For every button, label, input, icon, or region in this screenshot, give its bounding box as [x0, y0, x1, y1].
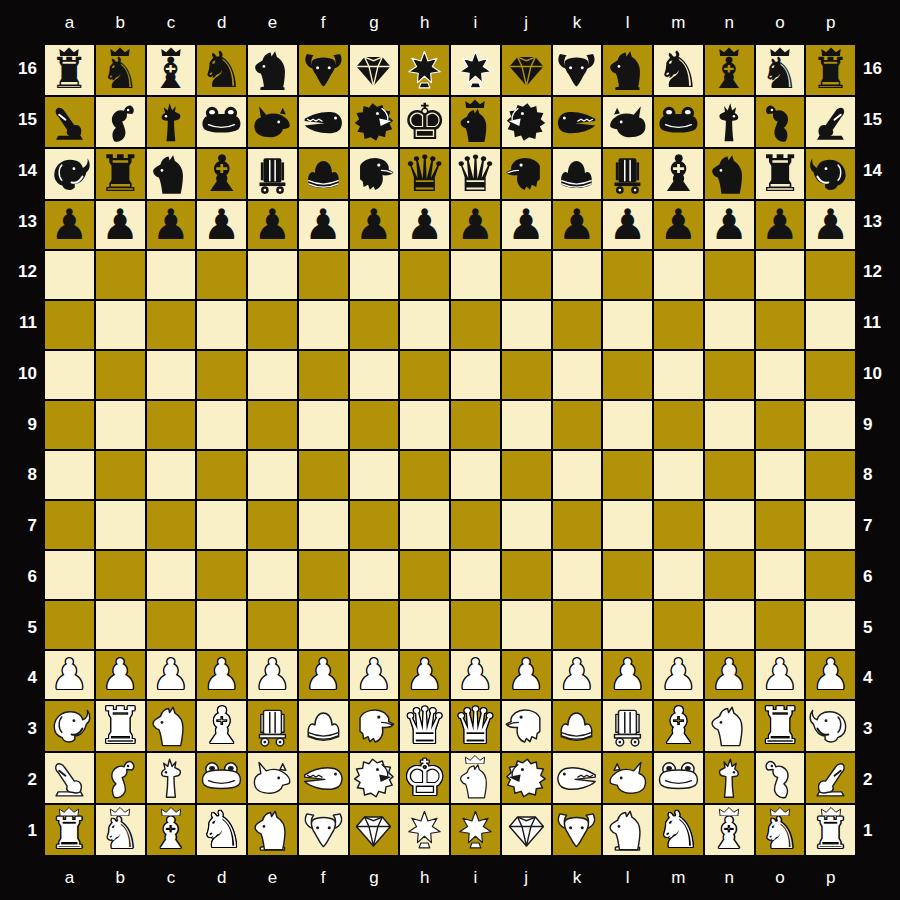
square-j10[interactable] — [502, 351, 551, 399]
square-f16[interactable] — [299, 45, 348, 95]
square-k9[interactable] — [553, 401, 602, 449]
piece-white-bishop: ♝ — [197, 701, 246, 751]
square-k14[interactable] — [553, 149, 602, 199]
square-j16[interactable] — [502, 45, 551, 95]
square-i7[interactable] — [451, 501, 500, 549]
rank-label-4: 4 — [0, 654, 45, 703]
square-e1[interactable] — [248, 805, 297, 855]
square-p7[interactable] — [806, 501, 855, 549]
square-f5[interactable] — [299, 601, 348, 649]
square-c7[interactable] — [147, 501, 196, 549]
rank-label-3: 3 — [0, 705, 45, 754]
square-g11[interactable] — [350, 301, 399, 349]
square-e5[interactable] — [248, 601, 297, 649]
square-n2[interactable] — [705, 753, 754, 803]
square-f6[interactable] — [299, 551, 348, 599]
square-g14[interactable] — [350, 149, 399, 199]
square-o6[interactable] — [756, 551, 805, 599]
square-a5[interactable] — [45, 601, 94, 649]
square-j8[interactable] — [502, 451, 551, 499]
square-b11[interactable] — [96, 301, 145, 349]
square-e10[interactable] — [248, 351, 297, 399]
rank-label-12: 12 — [0, 248, 45, 297]
square-j13[interactable]: ♟ — [502, 201, 551, 249]
square-o10[interactable] — [756, 351, 805, 399]
square-e15[interactable] — [248, 97, 297, 147]
square-d5[interactable] — [197, 601, 246, 649]
square-m11[interactable] — [654, 301, 703, 349]
square-h9[interactable] — [400, 401, 449, 449]
square-h4[interactable]: ♟ — [400, 651, 449, 699]
square-a7[interactable] — [45, 501, 94, 549]
square-h12[interactable] — [400, 251, 449, 299]
square-f3[interactable] — [299, 701, 348, 751]
square-h15[interactable]: ♚ — [400, 97, 449, 147]
square-e11[interactable] — [248, 301, 297, 349]
square-c8[interactable] — [147, 451, 196, 499]
square-m7[interactable] — [654, 501, 703, 549]
piece-black-cannon — [45, 97, 94, 147]
square-b9[interactable] — [96, 401, 145, 449]
square-a13[interactable]: ♟ — [45, 201, 94, 249]
square-d8[interactable] — [197, 451, 246, 499]
square-a8[interactable] — [45, 451, 94, 499]
square-p12[interactable] — [806, 251, 855, 299]
square-o15[interactable] — [756, 97, 805, 147]
file-label-l: l — [603, 0, 652, 45]
square-l12[interactable] — [603, 251, 652, 299]
square-g12[interactable] — [350, 251, 399, 299]
square-i16[interactable] — [451, 45, 500, 95]
square-h10[interactable] — [400, 351, 449, 399]
square-f8[interactable] — [299, 451, 348, 499]
square-j6[interactable] — [502, 551, 551, 599]
file-label-k: k — [553, 0, 602, 45]
piece-black-crocodile — [299, 97, 348, 147]
rank-label-2: 2 — [855, 756, 900, 805]
square-b7[interactable] — [96, 501, 145, 549]
square-l6[interactable] — [603, 551, 652, 599]
square-g6[interactable] — [350, 551, 399, 599]
square-i15[interactable] — [451, 97, 500, 147]
square-m6[interactable] — [654, 551, 703, 599]
square-p2[interactable] — [806, 753, 855, 803]
square-h3[interactable]: ♛ — [400, 701, 449, 751]
square-e7[interactable] — [248, 501, 297, 549]
square-d14[interactable]: ♝ — [197, 149, 246, 199]
square-i5[interactable] — [451, 601, 500, 649]
square-i13[interactable]: ♟ — [451, 201, 500, 249]
square-k7[interactable] — [553, 501, 602, 549]
square-p4[interactable]: ♟ — [806, 651, 855, 699]
square-b3[interactable]: ♜ — [96, 701, 145, 751]
piece-white-bishop: ♝ — [654, 701, 703, 751]
square-h6[interactable] — [400, 551, 449, 599]
piece-black-king: ♚ — [400, 97, 449, 147]
square-d3[interactable]: ♝ — [197, 701, 246, 751]
rank-label-16: 16 — [0, 45, 45, 94]
square-f10[interactable] — [299, 351, 348, 399]
square-f1[interactable] — [299, 805, 348, 855]
square-k15[interactable] — [553, 97, 602, 147]
square-i3[interactable]: ♛ — [451, 701, 500, 751]
square-a14[interactable] — [45, 149, 94, 199]
square-o9[interactable] — [756, 401, 805, 449]
square-d7[interactable] — [197, 501, 246, 549]
file-labels-bottom: abcdefghijklmnop — [45, 855, 855, 900]
square-a2[interactable] — [45, 753, 94, 803]
square-p5[interactable] — [806, 601, 855, 649]
square-l1[interactable] — [603, 805, 652, 855]
square-p1[interactable]: ♜ — [806, 805, 855, 855]
square-j5[interactable] — [502, 601, 551, 649]
square-p15[interactable] — [806, 97, 855, 147]
square-b4[interactable]: ♟ — [96, 651, 145, 699]
square-n10[interactable] — [705, 351, 754, 399]
piece-white-cannon — [806, 753, 855, 803]
square-i9[interactable] — [451, 401, 500, 449]
square-m4[interactable]: ♟ — [654, 651, 703, 699]
square-n3[interactable] — [705, 701, 754, 751]
square-f13[interactable]: ♟ — [299, 201, 348, 249]
square-n16[interactable]: ♝ — [705, 45, 754, 95]
square-c6[interactable] — [147, 551, 196, 599]
square-c2[interactable] — [147, 753, 196, 803]
piece-black-crowned-bishop: ♝ — [147, 45, 196, 95]
square-j4[interactable]: ♟ — [502, 651, 551, 699]
square-p13[interactable]: ♟ — [806, 201, 855, 249]
square-g9[interactable] — [350, 401, 399, 449]
square-g16[interactable] — [350, 45, 399, 95]
file-label-n: n — [705, 855, 754, 900]
square-l15[interactable] — [603, 97, 652, 147]
square-o7[interactable] — [756, 501, 805, 549]
square-i4[interactable]: ♟ — [451, 651, 500, 699]
square-d15[interactable] — [197, 97, 246, 147]
square-i2[interactable] — [451, 753, 500, 803]
square-c13[interactable]: ♟ — [147, 201, 196, 249]
square-g1[interactable] — [350, 805, 399, 855]
square-m3[interactable]: ♝ — [654, 701, 703, 751]
square-b10[interactable] — [96, 351, 145, 399]
square-j12[interactable] — [502, 251, 551, 299]
square-p16[interactable]: ♜ — [806, 45, 855, 95]
square-n5[interactable] — [705, 601, 754, 649]
square-o11[interactable] — [756, 301, 805, 349]
square-p8[interactable] — [806, 451, 855, 499]
square-o14[interactable]: ♜ — [756, 149, 805, 199]
square-f4[interactable]: ♟ — [299, 651, 348, 699]
square-i11[interactable] — [451, 301, 500, 349]
rank-label-5: 5 — [855, 603, 900, 652]
square-h2[interactable]: ♚ — [400, 753, 449, 803]
square-o4[interactable]: ♟ — [756, 651, 805, 699]
square-n15[interactable] — [705, 97, 754, 147]
square-k3[interactable] — [553, 701, 602, 751]
square-o2[interactable] — [756, 753, 805, 803]
square-l7[interactable] — [603, 501, 652, 549]
file-label-f: f — [299, 0, 348, 45]
square-c11[interactable] — [147, 301, 196, 349]
square-a12[interactable] — [45, 251, 94, 299]
square-l10[interactable] — [603, 351, 652, 399]
square-e14[interactable] — [248, 149, 297, 199]
square-d9[interactable] — [197, 401, 246, 449]
square-j9[interactable] — [502, 401, 551, 449]
piece-black-horse-head — [147, 149, 196, 199]
rank-label-16: 16 — [855, 45, 900, 94]
square-j3[interactable] — [502, 701, 551, 751]
piece-black-crown — [553, 149, 602, 199]
square-j11[interactable] — [502, 301, 551, 349]
square-f2[interactable] — [299, 753, 348, 803]
square-l5[interactable] — [603, 601, 652, 649]
square-d12[interactable] — [197, 251, 246, 299]
square-i12[interactable] — [451, 251, 500, 299]
square-a15[interactable] — [45, 97, 94, 147]
square-o8[interactable] — [756, 451, 805, 499]
square-d4[interactable]: ♟ — [197, 651, 246, 699]
square-h7[interactable] — [400, 501, 449, 549]
square-g15[interactable] — [350, 97, 399, 147]
square-d10[interactable] — [197, 351, 246, 399]
square-d1[interactable]: ♞ — [197, 805, 246, 855]
square-p6[interactable] — [806, 551, 855, 599]
square-n14[interactable] — [705, 149, 754, 199]
square-a6[interactable] — [45, 551, 94, 599]
square-k2[interactable] — [553, 753, 602, 803]
square-p10[interactable] — [806, 351, 855, 399]
square-b1[interactable]: ♞ — [96, 805, 145, 855]
square-n12[interactable] — [705, 251, 754, 299]
square-c4[interactable]: ♟ — [147, 651, 196, 699]
piece-white-rook: ♜ — [96, 701, 145, 751]
square-b8[interactable] — [96, 451, 145, 499]
square-a16[interactable]: ♜ — [45, 45, 94, 95]
square-g5[interactable] — [350, 601, 399, 649]
piece-black-knight: ♞ — [197, 45, 246, 95]
square-m8[interactable] — [654, 451, 703, 499]
square-m2[interactable] — [654, 753, 703, 803]
square-i1[interactable] — [451, 805, 500, 855]
square-n7[interactable] — [705, 501, 754, 549]
square-c10[interactable] — [147, 351, 196, 399]
square-k12[interactable] — [553, 251, 602, 299]
square-l16[interactable] — [603, 45, 652, 95]
square-c12[interactable] — [147, 251, 196, 299]
square-k6[interactable] — [553, 551, 602, 599]
square-h1[interactable] — [400, 805, 449, 855]
square-n4[interactable]: ♟ — [705, 651, 754, 699]
piece-white-pawn: ♟ — [400, 651, 449, 699]
square-c9[interactable] — [147, 401, 196, 449]
square-h11[interactable] — [400, 301, 449, 349]
square-d11[interactable] — [197, 301, 246, 349]
rank-label-2: 2 — [0, 756, 45, 805]
square-k1[interactable] — [553, 805, 602, 855]
square-g4[interactable]: ♟ — [350, 651, 399, 699]
square-i10[interactable] — [451, 351, 500, 399]
square-m16[interactable]: ♞ — [654, 45, 703, 95]
square-d2[interactable] — [197, 753, 246, 803]
square-b12[interactable] — [96, 251, 145, 299]
square-l8[interactable] — [603, 451, 652, 499]
square-n6[interactable] — [705, 551, 754, 599]
square-c14[interactable] — [147, 149, 196, 199]
square-a3[interactable] — [45, 701, 94, 751]
square-b2[interactable] — [96, 753, 145, 803]
square-p11[interactable] — [806, 301, 855, 349]
square-i6[interactable] — [451, 551, 500, 599]
square-j15[interactable] — [502, 97, 551, 147]
square-j7[interactable] — [502, 501, 551, 549]
rank-labels-right: 16151413121110987654321 — [855, 45, 900, 855]
piece-white-giraffe — [147, 753, 196, 803]
square-m5[interactable] — [654, 601, 703, 649]
square-b14[interactable]: ♜ — [96, 149, 145, 199]
square-i8[interactable] — [451, 451, 500, 499]
square-d16[interactable]: ♞ — [197, 45, 246, 95]
square-a4[interactable]: ♟ — [45, 651, 94, 699]
square-e16[interactable] — [248, 45, 297, 95]
file-label-j: j — [502, 0, 551, 45]
piece-black-star — [451, 45, 500, 95]
piece-white-crowned-bishop: ♝ — [705, 805, 754, 855]
square-b16[interactable]: ♞ — [96, 45, 145, 95]
square-k10[interactable] — [553, 351, 602, 399]
square-j1[interactable] — [502, 805, 551, 855]
square-a10[interactable] — [45, 351, 94, 399]
square-m15[interactable] — [654, 97, 703, 147]
square-l14[interactable] — [603, 149, 652, 199]
square-e8[interactable] — [248, 451, 297, 499]
square-g10[interactable] — [350, 351, 399, 399]
square-c16[interactable]: ♝ — [147, 45, 196, 95]
rank-label-8: 8 — [0, 451, 45, 500]
square-a1[interactable]: ♜ — [45, 805, 94, 855]
square-l9[interactable] — [603, 401, 652, 449]
square-i14[interactable]: ♛ — [451, 149, 500, 199]
file-label-p: p — [806, 855, 855, 900]
rank-label-15: 15 — [855, 96, 900, 145]
square-g3[interactable] — [350, 701, 399, 751]
square-e3[interactable] — [248, 701, 297, 751]
square-o5[interactable] — [756, 601, 805, 649]
square-f7[interactable] — [299, 501, 348, 549]
square-k8[interactable] — [553, 451, 602, 499]
square-h16[interactable] — [400, 45, 449, 95]
square-d13[interactable]: ♟ — [197, 201, 246, 249]
square-e13[interactable]: ♟ — [248, 201, 297, 249]
square-l11[interactable] — [603, 301, 652, 349]
square-n8[interactable] — [705, 451, 754, 499]
square-g7[interactable] — [350, 501, 399, 549]
square-g8[interactable] — [350, 451, 399, 499]
square-f9[interactable] — [299, 401, 348, 449]
square-l3[interactable] — [603, 701, 652, 751]
square-l13[interactable]: ♟ — [603, 201, 652, 249]
square-h14[interactable]: ♛ — [400, 149, 449, 199]
square-c5[interactable] — [147, 601, 196, 649]
square-m13[interactable]: ♟ — [654, 201, 703, 249]
square-m14[interactable]: ♝ — [654, 149, 703, 199]
square-f15[interactable] — [299, 97, 348, 147]
file-label-i: i — [451, 855, 500, 900]
square-h8[interactable] — [400, 451, 449, 499]
piece-black-rhinoceros — [248, 97, 297, 147]
square-m12[interactable] — [654, 251, 703, 299]
square-o1[interactable]: ♞ — [756, 805, 805, 855]
piece-white-pawn: ♟ — [756, 651, 805, 699]
rank-label-14: 14 — [855, 147, 900, 196]
square-a11[interactable] — [45, 301, 94, 349]
piece-black-crowned-knight: ♞ — [756, 45, 805, 95]
square-j14[interactable] — [502, 149, 551, 199]
square-c3[interactable] — [147, 701, 196, 751]
piece-white-frog — [654, 753, 703, 803]
square-e4[interactable]: ♟ — [248, 651, 297, 699]
square-j2[interactable] — [502, 753, 551, 803]
square-f11[interactable] — [299, 301, 348, 349]
square-l2[interactable] — [603, 753, 652, 803]
rank-label-7: 7 — [855, 502, 900, 551]
square-e12[interactable] — [248, 251, 297, 299]
square-b6[interactable] — [96, 551, 145, 599]
square-n1[interactable]: ♝ — [705, 805, 754, 855]
piece-black-pawn: ♟ — [502, 201, 551, 249]
piece-black-giraffe — [705, 97, 754, 147]
square-f14[interactable] — [299, 149, 348, 199]
square-k11[interactable] — [553, 301, 602, 349]
square-p3[interactable] — [806, 701, 855, 751]
square-g2[interactable] — [350, 753, 399, 803]
square-o3[interactable]: ♜ — [756, 701, 805, 751]
square-o13[interactable]: ♟ — [756, 201, 805, 249]
square-m10[interactable] — [654, 351, 703, 399]
square-k5[interactable] — [553, 601, 602, 649]
square-c15[interactable] — [147, 97, 196, 147]
square-f12[interactable] — [299, 251, 348, 299]
square-n9[interactable] — [705, 401, 754, 449]
square-h5[interactable] — [400, 601, 449, 649]
square-g13[interactable]: ♟ — [350, 201, 399, 249]
square-h13[interactable]: ♟ — [400, 201, 449, 249]
square-b15[interactable] — [96, 97, 145, 147]
square-e9[interactable] — [248, 401, 297, 449]
square-e2[interactable] — [248, 753, 297, 803]
square-k13[interactable]: ♟ — [553, 201, 602, 249]
square-k16[interactable] — [553, 45, 602, 95]
square-m1[interactable]: ♞ — [654, 805, 703, 855]
square-a9[interactable] — [45, 401, 94, 449]
square-e6[interactable] — [248, 551, 297, 599]
square-l4[interactable]: ♟ — [603, 651, 652, 699]
square-d6[interactable] — [197, 551, 246, 599]
square-m9[interactable] — [654, 401, 703, 449]
square-b13[interactable]: ♟ — [96, 201, 145, 249]
square-k4[interactable]: ♟ — [553, 651, 602, 699]
square-c1[interactable]: ♝ — [147, 805, 196, 855]
square-b5[interactable] — [96, 601, 145, 649]
square-n13[interactable]: ♟ — [705, 201, 754, 249]
square-o12[interactable] — [756, 251, 805, 299]
square-n11[interactable] — [705, 301, 754, 349]
square-p9[interactable] — [806, 401, 855, 449]
piece-white-lion — [350, 753, 399, 803]
piece-white-crown — [299, 701, 348, 751]
square-o16[interactable]: ♞ — [756, 45, 805, 95]
square-p14[interactable] — [806, 149, 855, 199]
